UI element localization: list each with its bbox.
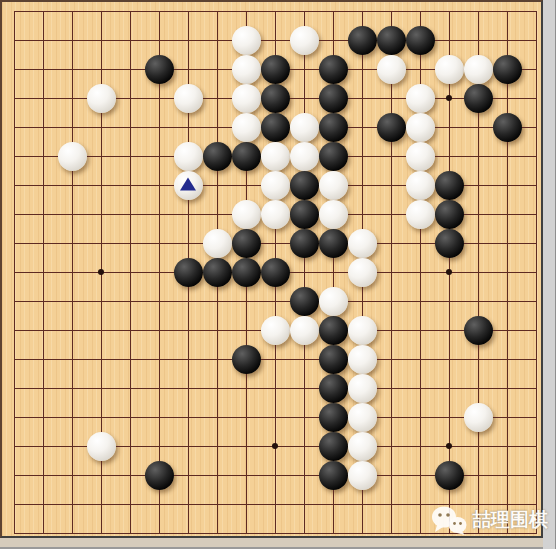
board-cell[interactable] — [290, 519, 319, 548]
board-cell[interactable] — [232, 258, 261, 287]
board-cell[interactable] — [203, 432, 232, 461]
board-cell[interactable] — [290, 142, 319, 171]
board-cell[interactable] — [261, 0, 290, 26]
board-cell[interactable] — [87, 490, 116, 519]
board-cell[interactable] — [232, 229, 261, 258]
board-cell[interactable] — [493, 287, 522, 316]
board-cell[interactable] — [203, 113, 232, 142]
board-cell[interactable] — [145, 403, 174, 432]
board-cell[interactable] — [377, 258, 406, 287]
board-cell[interactable] — [116, 461, 145, 490]
board-cell[interactable] — [464, 345, 493, 374]
board-cell[interactable] — [464, 374, 493, 403]
board-cell[interactable] — [435, 55, 464, 84]
board-cell[interactable] — [348, 345, 377, 374]
board-cell[interactable] — [145, 258, 174, 287]
board-cell[interactable] — [319, 0, 348, 26]
board-cell[interactable] — [348, 142, 377, 171]
board-cell[interactable] — [232, 490, 261, 519]
board-cell[interactable] — [232, 316, 261, 345]
board-cell[interactable] — [232, 403, 261, 432]
board-cell[interactable] — [87, 55, 116, 84]
board-cell[interactable] — [87, 345, 116, 374]
board-cell[interactable] — [377, 461, 406, 490]
board-cell[interactable] — [348, 374, 377, 403]
board-cell[interactable] — [261, 258, 290, 287]
board-cell[interactable] — [406, 519, 435, 548]
board-cell[interactable] — [406, 432, 435, 461]
board-cell[interactable] — [232, 0, 261, 26]
board-cell[interactable] — [203, 316, 232, 345]
board-cell[interactable] — [290, 316, 319, 345]
board-cell[interactable] — [493, 55, 522, 84]
board-cell[interactable] — [58, 519, 87, 548]
board-cell[interactable] — [0, 200, 29, 229]
board-cell[interactable] — [406, 0, 435, 26]
board-cell[interactable] — [377, 113, 406, 142]
board-cell[interactable] — [174, 432, 203, 461]
board-cell[interactable] — [522, 316, 551, 345]
board-cell[interactable] — [522, 229, 551, 258]
board-cell[interactable] — [58, 432, 87, 461]
board-cell[interactable] — [348, 432, 377, 461]
board-cell[interactable] — [290, 374, 319, 403]
board-cell[interactable] — [493, 316, 522, 345]
board-cell[interactable] — [145, 316, 174, 345]
board-cell[interactable] — [319, 519, 348, 548]
board-cell[interactable] — [435, 0, 464, 26]
board-cell[interactable] — [493, 200, 522, 229]
board-cell[interactable] — [348, 229, 377, 258]
board-cell[interactable] — [464, 113, 493, 142]
board-cell[interactable] — [87, 519, 116, 548]
board-cell[interactable] — [522, 258, 551, 287]
board-cell[interactable] — [261, 142, 290, 171]
board-cell[interactable] — [348, 84, 377, 113]
board-cell[interactable] — [0, 490, 29, 519]
board-cell[interactable] — [232, 142, 261, 171]
board-cell[interactable] — [58, 55, 87, 84]
board-cell[interactable] — [29, 316, 58, 345]
board-cell[interactable] — [0, 519, 29, 548]
board-cell[interactable] — [145, 432, 174, 461]
board-cell[interactable] — [319, 229, 348, 258]
board-cell[interactable] — [290, 287, 319, 316]
board-cell[interactable] — [116, 258, 145, 287]
board-cell[interactable] — [435, 258, 464, 287]
board-cell[interactable] — [145, 142, 174, 171]
board-cell[interactable] — [116, 403, 145, 432]
board-cell[interactable] — [406, 258, 435, 287]
board-cell[interactable] — [203, 490, 232, 519]
board-cell[interactable] — [435, 432, 464, 461]
board-cell[interactable] — [348, 0, 377, 26]
board-cell[interactable] — [0, 258, 29, 287]
board-cell[interactable] — [464, 519, 493, 548]
board-cell[interactable] — [29, 200, 58, 229]
board-cell[interactable] — [290, 432, 319, 461]
board-cell[interactable] — [522, 345, 551, 374]
board-cell[interactable] — [522, 432, 551, 461]
board-cell[interactable] — [0, 316, 29, 345]
board-cell[interactable] — [232, 287, 261, 316]
board-cell[interactable] — [87, 200, 116, 229]
board-cell[interactable] — [319, 374, 348, 403]
board-cell[interactable] — [261, 432, 290, 461]
board-cell[interactable] — [232, 84, 261, 113]
board-cell[interactable] — [319, 84, 348, 113]
board-cell[interactable] — [261, 287, 290, 316]
board-cell[interactable] — [261, 461, 290, 490]
board-cell[interactable] — [0, 403, 29, 432]
board-cell[interactable] — [464, 171, 493, 200]
board-cell[interactable] — [435, 84, 464, 113]
board-cell[interactable] — [377, 200, 406, 229]
board-cell[interactable] — [29, 374, 58, 403]
board-cell[interactable] — [232, 374, 261, 403]
board-cell[interactable] — [522, 171, 551, 200]
board-cell[interactable] — [58, 258, 87, 287]
board-cell[interactable] — [348, 287, 377, 316]
board-cell[interactable] — [261, 200, 290, 229]
board-cell[interactable] — [319, 200, 348, 229]
board-cell[interactable] — [406, 287, 435, 316]
board-cell[interactable] — [493, 26, 522, 55]
board-cell[interactable] — [319, 55, 348, 84]
board-cell[interactable] — [406, 229, 435, 258]
board-cell[interactable] — [348, 316, 377, 345]
board-cell[interactable] — [348, 55, 377, 84]
board-cell[interactable] — [116, 171, 145, 200]
board-cell[interactable] — [29, 519, 58, 548]
board-cell[interactable] — [29, 461, 58, 490]
board-cell[interactable] — [58, 403, 87, 432]
board-cell[interactable] — [435, 229, 464, 258]
board-cell[interactable] — [522, 519, 551, 548]
board-cell[interactable] — [435, 200, 464, 229]
board-cell[interactable] — [290, 113, 319, 142]
board-cell[interactable] — [0, 84, 29, 113]
board-cell[interactable] — [261, 113, 290, 142]
board-cell[interactable] — [58, 171, 87, 200]
board-cell[interactable] — [261, 374, 290, 403]
board-cell[interactable] — [493, 84, 522, 113]
board-cell[interactable] — [290, 461, 319, 490]
board-cell[interactable] — [145, 55, 174, 84]
board-cell[interactable] — [319, 142, 348, 171]
board-cell[interactable] — [377, 287, 406, 316]
board-cell[interactable] — [203, 374, 232, 403]
board-cell[interactable] — [290, 258, 319, 287]
board-cell[interactable] — [406, 345, 435, 374]
board-cell[interactable] — [348, 113, 377, 142]
board-cell[interactable] — [464, 258, 493, 287]
board-cell[interactable] — [348, 403, 377, 432]
board-cell[interactable] — [348, 461, 377, 490]
board-cell[interactable] — [58, 142, 87, 171]
board-cell[interactable] — [29, 55, 58, 84]
board-cell[interactable] — [406, 403, 435, 432]
board-cell[interactable] — [87, 0, 116, 26]
board-cell[interactable] — [0, 55, 29, 84]
board-cell[interactable] — [435, 403, 464, 432]
board-cell[interactable] — [319, 490, 348, 519]
board-cell[interactable] — [116, 26, 145, 55]
board-cell[interactable] — [0, 229, 29, 258]
board-cell[interactable] — [493, 258, 522, 287]
board-cell[interactable] — [290, 490, 319, 519]
board-cell[interactable] — [0, 287, 29, 316]
board-cell[interactable] — [0, 345, 29, 374]
board-cell[interactable] — [145, 461, 174, 490]
board-cell[interactable] — [29, 432, 58, 461]
board-cell[interactable] — [522, 0, 551, 26]
board-cell[interactable] — [261, 171, 290, 200]
board-cell[interactable] — [261, 345, 290, 374]
board-cell[interactable] — [522, 142, 551, 171]
board-cell[interactable] — [232, 171, 261, 200]
board-cell[interactable] — [174, 345, 203, 374]
board-cell[interactable] — [145, 200, 174, 229]
board-cell[interactable] — [464, 287, 493, 316]
board-cell[interactable] — [145, 229, 174, 258]
board-cell[interactable] — [58, 113, 87, 142]
board-cell[interactable] — [493, 345, 522, 374]
board-cell[interactable] — [464, 142, 493, 171]
board-cell[interactable] — [348, 26, 377, 55]
board-cell[interactable] — [377, 519, 406, 548]
board-cell[interactable] — [319, 345, 348, 374]
board-cell[interactable] — [174, 84, 203, 113]
board-cell[interactable] — [29, 142, 58, 171]
board-cell[interactable] — [174, 26, 203, 55]
board-cell[interactable] — [435, 113, 464, 142]
board-cell[interactable] — [377, 490, 406, 519]
board-cell[interactable] — [464, 200, 493, 229]
board-cell[interactable] — [377, 84, 406, 113]
board-cell[interactable] — [87, 403, 116, 432]
board-cell[interactable] — [0, 374, 29, 403]
board-cell[interactable] — [406, 55, 435, 84]
board-cell[interactable] — [522, 26, 551, 55]
board-cell[interactable] — [377, 26, 406, 55]
board-cell[interactable] — [493, 113, 522, 142]
board-cell[interactable] — [522, 374, 551, 403]
board-cell[interactable] — [377, 171, 406, 200]
board-cell[interactable] — [87, 113, 116, 142]
board-cell[interactable] — [145, 490, 174, 519]
board-cell[interactable] — [174, 258, 203, 287]
board-cell[interactable] — [319, 432, 348, 461]
board-cell[interactable] — [522, 461, 551, 490]
board-cell[interactable] — [319, 403, 348, 432]
board-cell[interactable] — [464, 229, 493, 258]
board-cell[interactable] — [203, 461, 232, 490]
board-cell[interactable] — [290, 0, 319, 26]
board-cell[interactable] — [377, 432, 406, 461]
board-cell[interactable] — [203, 519, 232, 548]
board-cell[interactable] — [174, 171, 203, 200]
board-cell[interactable] — [377, 345, 406, 374]
board-cell[interactable] — [58, 287, 87, 316]
board-cell[interactable] — [435, 171, 464, 200]
board-cell[interactable] — [87, 84, 116, 113]
board-cell[interactable] — [406, 461, 435, 490]
board-cell[interactable] — [348, 490, 377, 519]
board-cell[interactable] — [203, 345, 232, 374]
board-cell[interactable] — [116, 490, 145, 519]
board-cell[interactable] — [29, 287, 58, 316]
board-cell[interactable] — [116, 55, 145, 84]
board-cell[interactable] — [145, 345, 174, 374]
board-cell[interactable] — [261, 490, 290, 519]
board-cell[interactable] — [203, 171, 232, 200]
board-cell[interactable] — [261, 84, 290, 113]
board-cell[interactable] — [58, 345, 87, 374]
board-cell[interactable] — [0, 26, 29, 55]
board-cell[interactable] — [0, 113, 29, 142]
board-cell[interactable] — [116, 374, 145, 403]
board-cell[interactable] — [116, 229, 145, 258]
board-cell[interactable] — [232, 519, 261, 548]
board-cell[interactable] — [29, 403, 58, 432]
board-cell[interactable] — [174, 316, 203, 345]
board-cell[interactable] — [435, 519, 464, 548]
board-cell[interactable] — [261, 26, 290, 55]
board-cell[interactable] — [348, 519, 377, 548]
board-cell[interactable] — [377, 374, 406, 403]
board-cell[interactable] — [174, 374, 203, 403]
board-cell[interactable] — [87, 316, 116, 345]
board-cell[interactable] — [174, 229, 203, 258]
board-cell[interactable] — [464, 432, 493, 461]
board-cell[interactable] — [464, 490, 493, 519]
board-cell[interactable] — [116, 519, 145, 548]
board-cell[interactable] — [435, 142, 464, 171]
board-cell[interactable] — [87, 258, 116, 287]
board-cell[interactable] — [58, 229, 87, 258]
board-cell[interactable] — [174, 0, 203, 26]
board-cell[interactable] — [116, 287, 145, 316]
board-cell[interactable] — [377, 142, 406, 171]
board-cell[interactable] — [116, 113, 145, 142]
board-cell[interactable] — [522, 55, 551, 84]
board-cell[interactable] — [145, 113, 174, 142]
board-cell[interactable] — [203, 0, 232, 26]
board-cell[interactable] — [290, 229, 319, 258]
board-cell[interactable] — [290, 403, 319, 432]
board-cell[interactable] — [493, 490, 522, 519]
board-cell[interactable] — [493, 0, 522, 26]
board-cell[interactable] — [174, 200, 203, 229]
board-cell[interactable] — [319, 316, 348, 345]
board-cell[interactable] — [377, 55, 406, 84]
board-cell[interactable] — [348, 258, 377, 287]
board-cell[interactable] — [406, 113, 435, 142]
board-cell[interactable] — [232, 200, 261, 229]
board-cell[interactable] — [87, 432, 116, 461]
board-cell[interactable] — [261, 519, 290, 548]
board-cell[interactable] — [174, 142, 203, 171]
board-cell[interactable] — [435, 461, 464, 490]
board-cell[interactable] — [0, 0, 29, 26]
board-cell[interactable] — [493, 432, 522, 461]
board-cell[interactable] — [232, 461, 261, 490]
board-cell[interactable] — [87, 26, 116, 55]
board-cell[interactable] — [174, 55, 203, 84]
board-cell[interactable] — [493, 229, 522, 258]
board-cell[interactable] — [406, 26, 435, 55]
board-cell[interactable] — [87, 287, 116, 316]
board-cell[interactable] — [203, 84, 232, 113]
board-cell[interactable] — [348, 200, 377, 229]
board-cell[interactable] — [58, 200, 87, 229]
board-cell[interactable] — [203, 258, 232, 287]
board-cell[interactable] — [261, 316, 290, 345]
board-cell[interactable] — [58, 461, 87, 490]
board-cell[interactable] — [377, 316, 406, 345]
board-cell[interactable] — [319, 113, 348, 142]
board-cell[interactable] — [116, 142, 145, 171]
board-cell[interactable] — [0, 171, 29, 200]
board-cell[interactable] — [290, 345, 319, 374]
board-cell[interactable] — [116, 200, 145, 229]
board-cell[interactable] — [116, 432, 145, 461]
board-cell[interactable] — [290, 55, 319, 84]
board-cell[interactable] — [493, 374, 522, 403]
board-cell[interactable] — [0, 432, 29, 461]
board-cell[interactable] — [87, 374, 116, 403]
board-cell[interactable] — [145, 519, 174, 548]
board-cell[interactable] — [87, 171, 116, 200]
board-cell[interactable] — [145, 287, 174, 316]
board-cell[interactable] — [145, 374, 174, 403]
board-cell[interactable] — [290, 200, 319, 229]
board-cell[interactable] — [464, 26, 493, 55]
board-cell[interactable] — [406, 374, 435, 403]
board-cell[interactable] — [522, 113, 551, 142]
board-cell[interactable] — [377, 229, 406, 258]
board-cell[interactable] — [232, 113, 261, 142]
board-cell[interactable] — [290, 84, 319, 113]
board-cell[interactable] — [406, 171, 435, 200]
board-cell[interactable] — [174, 287, 203, 316]
board-cell[interactable] — [29, 229, 58, 258]
board-cell[interactable] — [522, 287, 551, 316]
board-cell[interactable] — [435, 316, 464, 345]
board-cell[interactable] — [522, 403, 551, 432]
board-cell[interactable] — [261, 55, 290, 84]
board-cell[interactable] — [116, 84, 145, 113]
board-cell[interactable] — [29, 345, 58, 374]
board-cell[interactable] — [464, 84, 493, 113]
board-cell[interactable] — [174, 519, 203, 548]
board-cell[interactable] — [174, 461, 203, 490]
board-cell[interactable] — [377, 403, 406, 432]
board-cell[interactable] — [435, 374, 464, 403]
board-cell[interactable] — [464, 403, 493, 432]
board-cell[interactable] — [522, 490, 551, 519]
board-cell[interactable] — [435, 26, 464, 55]
board-cell[interactable] — [319, 287, 348, 316]
board-cell[interactable] — [29, 171, 58, 200]
board-cell[interactable] — [522, 84, 551, 113]
board-cell[interactable] — [406, 316, 435, 345]
board-cell[interactable] — [203, 142, 232, 171]
board-cell[interactable] — [232, 432, 261, 461]
board-cell[interactable] — [58, 26, 87, 55]
board-cell[interactable] — [464, 55, 493, 84]
